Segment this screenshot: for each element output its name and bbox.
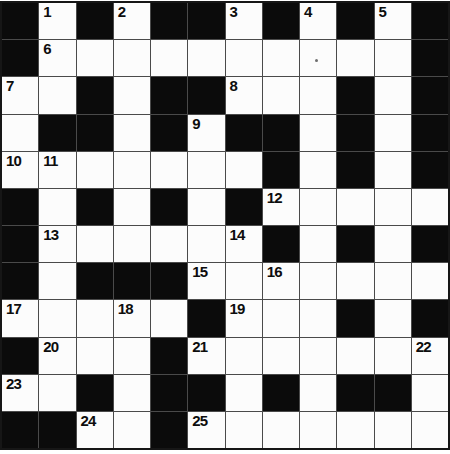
white-cell-r11c2[interactable] <box>39 375 75 411</box>
black-cell-r9c6 <box>188 300 224 336</box>
white-cell-r2c11[interactable] <box>375 40 411 76</box>
white-cell-r3c8[interactable] <box>263 77 299 113</box>
black-cell-r11c5 <box>151 375 187 411</box>
clue-number-12: 12 <box>267 190 282 207</box>
white-cell-r7c11[interactable] <box>375 226 411 262</box>
white-cell-r11c7[interactable] <box>226 375 262 411</box>
black-cell-r4c7 <box>226 115 262 151</box>
clue-number-19: 19 <box>230 301 245 318</box>
clue-number-7: 7 <box>6 78 14 95</box>
white-cell-r5c9[interactable] <box>300 152 336 188</box>
black-cell-r8c3 <box>77 263 113 299</box>
white-cell-r7c9[interactable] <box>300 226 336 262</box>
white-cell-r5c2[interactable]: 11 <box>39 152 75 188</box>
clue-number-13: 13 <box>43 227 58 244</box>
clue-number-3: 3 <box>230 4 238 21</box>
white-cell-r6c4[interactable] <box>114 189 150 225</box>
black-cell-r3c3 <box>77 77 113 113</box>
clue-number-4: 4 <box>304 4 312 21</box>
black-cell-r5c10 <box>337 152 373 188</box>
black-cell-r1c5 <box>151 3 187 39</box>
white-cell-r10c11[interactable] <box>375 338 411 374</box>
white-cell-r6c12[interactable] <box>412 189 448 225</box>
white-cell-r12c4[interactable] <box>114 412 150 448</box>
white-cell-r7c3[interactable] <box>77 226 113 262</box>
black-cell-r1c12 <box>412 3 448 39</box>
black-cell-r7c10 <box>337 226 373 262</box>
clue-number-20: 20 <box>43 339 58 356</box>
white-cell-r8c12[interactable] <box>412 263 448 299</box>
white-cell-r9c5[interactable] <box>151 300 187 336</box>
white-cell-r12c6[interactable]: 25 <box>188 412 224 448</box>
white-cell-r8c11[interactable] <box>375 263 411 299</box>
white-cell-r4c4[interactable] <box>114 115 150 151</box>
black-cell-r8c1 <box>2 263 38 299</box>
white-cell-r8c2[interactable] <box>39 263 75 299</box>
black-cell-r12c2 <box>39 412 75 448</box>
white-cell-r12c7[interactable] <box>226 412 262 448</box>
black-cell-r12c5 <box>151 412 187 448</box>
black-cell-r11c3 <box>77 375 113 411</box>
white-cell-r4c1[interactable] <box>2 115 38 151</box>
white-cell-r9c7[interactable]: 19 <box>226 300 262 336</box>
white-cell-r5c5[interactable] <box>151 152 187 188</box>
white-cell-r7c6[interactable] <box>188 226 224 262</box>
black-cell-r6c1 <box>2 189 38 225</box>
black-cell-r11c11 <box>375 375 411 411</box>
black-cell-r8c4 <box>114 263 150 299</box>
white-cell-r7c2[interactable]: 13 <box>39 226 75 262</box>
clue-number-14: 14 <box>230 227 245 244</box>
black-cell-r6c3 <box>77 189 113 225</box>
black-cell-r6c5 <box>151 189 187 225</box>
black-cell-r10c1 <box>2 338 38 374</box>
clue-number-15: 15 <box>192 264 207 281</box>
black-cell-r1c10 <box>337 3 373 39</box>
white-cell-r10c12[interactable]: 22 <box>412 338 448 374</box>
white-cell-r1c9[interactable]: 4 <box>300 3 336 39</box>
white-cell-r2c10[interactable] <box>337 40 373 76</box>
clue-number-21: 21 <box>192 339 207 356</box>
clue-number-23: 23 <box>6 376 21 393</box>
white-cell-r6c9[interactable] <box>300 189 336 225</box>
white-cell-r1c4[interactable]: 2 <box>114 3 150 39</box>
clue-number-25: 25 <box>192 413 207 430</box>
white-cell-r7c7[interactable]: 14 <box>226 226 262 262</box>
white-cell-r7c5[interactable] <box>151 226 187 262</box>
white-cell-r6c10[interactable] <box>337 189 373 225</box>
print-speck <box>315 59 318 62</box>
black-cell-r9c10 <box>337 300 373 336</box>
white-cell-r10c9[interactable] <box>300 338 336 374</box>
black-cell-r3c5 <box>151 77 187 113</box>
white-cell-r2c2[interactable]: 6 <box>39 40 75 76</box>
white-cell-r6c8[interactable]: 12 <box>263 189 299 225</box>
black-cell-r3c6 <box>188 77 224 113</box>
white-cell-r10c6[interactable]: 21 <box>188 338 224 374</box>
black-cell-r1c8 <box>263 3 299 39</box>
white-cell-r7c4[interactable] <box>114 226 150 262</box>
black-cell-r11c10 <box>337 375 373 411</box>
black-cell-r11c6 <box>188 375 224 411</box>
white-cell-r9c8[interactable] <box>263 300 299 336</box>
crossword-board: 1234567891011121314151617181920212223242… <box>2 3 448 448</box>
clue-number-6: 6 <box>43 41 51 58</box>
white-cell-r4c11[interactable] <box>375 115 411 151</box>
white-cell-r12c9[interactable] <box>300 412 336 448</box>
white-cell-r8c6[interactable]: 15 <box>188 263 224 299</box>
black-cell-r7c1 <box>2 226 38 262</box>
white-cell-r10c10[interactable] <box>337 338 373 374</box>
black-cell-r1c6 <box>188 3 224 39</box>
white-cell-r2c9[interactable] <box>300 40 336 76</box>
white-cell-r12c11[interactable] <box>375 412 411 448</box>
white-cell-r3c1[interactable]: 7 <box>2 77 38 113</box>
black-cell-r3c10 <box>337 77 373 113</box>
black-cell-r4c2 <box>39 115 75 151</box>
white-cell-r9c1[interactable]: 17 <box>2 300 38 336</box>
white-cell-r3c7[interactable]: 8 <box>226 77 262 113</box>
white-cell-r6c11[interactable] <box>375 189 411 225</box>
clue-number-10: 10 <box>6 153 21 170</box>
black-cell-r9c12 <box>412 300 448 336</box>
white-cell-r5c3[interactable] <box>77 152 113 188</box>
white-cell-r11c4[interactable] <box>114 375 150 411</box>
white-cell-r5c4[interactable] <box>114 152 150 188</box>
white-cell-r12c12[interactable] <box>412 412 448 448</box>
white-cell-r10c3[interactable] <box>77 338 113 374</box>
black-cell-r5c12 <box>412 152 448 188</box>
white-cell-r11c12[interactable] <box>412 375 448 411</box>
white-cell-r1c2[interactable]: 1 <box>39 3 75 39</box>
white-cell-r6c6[interactable] <box>188 189 224 225</box>
black-cell-r2c1 <box>2 40 38 76</box>
white-cell-r2c7[interactable] <box>226 40 262 76</box>
black-cell-r4c5 <box>151 115 187 151</box>
black-cell-r6c7 <box>226 189 262 225</box>
black-cell-r4c8 <box>263 115 299 151</box>
clue-number-1: 1 <box>43 4 51 21</box>
black-cell-r1c1 <box>2 3 38 39</box>
white-cell-r2c5[interactable] <box>151 40 187 76</box>
white-cell-r2c4[interactable] <box>114 40 150 76</box>
white-cell-r10c7[interactable] <box>226 338 262 374</box>
white-cell-r9c9[interactable] <box>300 300 336 336</box>
white-cell-r5c1[interactable]: 10 <box>2 152 38 188</box>
white-cell-r10c4[interactable] <box>114 338 150 374</box>
clue-number-11: 11 <box>43 153 57 170</box>
clue-number-22: 22 <box>416 339 431 356</box>
black-cell-r7c8 <box>263 226 299 262</box>
clue-number-18: 18 <box>118 301 133 318</box>
white-cell-r8c10[interactable] <box>337 263 373 299</box>
black-cell-r3c12 <box>412 77 448 113</box>
white-cell-r9c4[interactable]: 18 <box>114 300 150 336</box>
clue-number-24: 24 <box>81 413 96 430</box>
white-cell-r12c8[interactable] <box>263 412 299 448</box>
white-cell-r9c11[interactable] <box>375 300 411 336</box>
white-cell-r5c11[interactable] <box>375 152 411 188</box>
white-cell-r10c2[interactable]: 20 <box>39 338 75 374</box>
clue-number-17: 17 <box>6 301 21 318</box>
white-cell-r4c6[interactable]: 9 <box>188 115 224 151</box>
black-cell-r10c5 <box>151 338 187 374</box>
white-cell-r1c11[interactable]: 5 <box>375 3 411 39</box>
white-cell-r9c2[interactable] <box>39 300 75 336</box>
black-cell-r7c12 <box>412 226 448 262</box>
black-cell-r11c8 <box>263 375 299 411</box>
white-cell-r2c3[interactable] <box>77 40 113 76</box>
white-cell-r10c8[interactable] <box>263 338 299 374</box>
clue-number-16: 16 <box>267 264 282 281</box>
white-cell-r4c9[interactable] <box>300 115 336 151</box>
black-cell-r2c12 <box>412 40 448 76</box>
clue-number-5: 5 <box>379 4 387 21</box>
black-cell-r8c5 <box>151 263 187 299</box>
white-cell-r3c9[interactable] <box>300 77 336 113</box>
white-cell-r3c11[interactable] <box>375 77 411 113</box>
black-cell-r12c1 <box>2 412 38 448</box>
clue-number-2: 2 <box>118 4 126 21</box>
crossword-board-frame: 1234567891011121314151617181920212223242… <box>0 1 450 450</box>
clue-number-8: 8 <box>230 78 238 95</box>
white-cell-r5c7[interactable] <box>226 152 262 188</box>
black-cell-r1c3 <box>77 3 113 39</box>
white-cell-r8c9[interactable] <box>300 263 336 299</box>
white-cell-r2c6[interactable] <box>188 40 224 76</box>
white-cell-r3c4[interactable] <box>114 77 150 113</box>
white-cell-r8c8[interactable]: 16 <box>263 263 299 299</box>
white-cell-r12c10[interactable] <box>337 412 373 448</box>
white-cell-r5c6[interactable] <box>188 152 224 188</box>
white-cell-r6c2[interactable] <box>39 189 75 225</box>
clue-number-9: 9 <box>192 116 200 133</box>
white-cell-r3c2[interactable] <box>39 77 75 113</box>
white-cell-r12c3[interactable]: 24 <box>77 412 113 448</box>
white-cell-r9c3[interactable] <box>77 300 113 336</box>
white-cell-r8c7[interactable] <box>226 263 262 299</box>
black-cell-r4c3 <box>77 115 113 151</box>
black-cell-r4c12 <box>412 115 448 151</box>
white-cell-r11c1[interactable]: 23 <box>2 375 38 411</box>
black-cell-r4c10 <box>337 115 373 151</box>
black-cell-r5c8 <box>263 152 299 188</box>
white-cell-r2c8[interactable] <box>263 40 299 76</box>
white-cell-r1c7[interactable]: 3 <box>226 3 262 39</box>
white-cell-r11c9[interactable] <box>300 375 336 411</box>
